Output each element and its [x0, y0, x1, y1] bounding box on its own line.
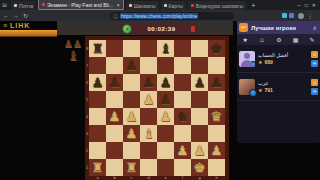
rating-star-icon: ★	[258, 87, 262, 93]
black-piece[interactable]: ♜	[92, 40, 104, 57]
board-square-h1[interactable]	[208, 159, 225, 176]
board-square-f7[interactable]	[174, 57, 191, 74]
black-piece[interactable]: ♝	[160, 40, 172, 57]
message-button[interactable]: ✉	[311, 88, 318, 95]
board-square-g8[interactable]	[191, 40, 208, 57]
player-rating: 791	[264, 87, 272, 93]
file-labels: abcdefgh	[89, 176, 225, 180]
board-square-g7[interactable]	[191, 57, 208, 74]
captured-pieces-tray: ♟♟♝	[60, 38, 86, 70]
file-label: f	[174, 176, 191, 180]
black-piece[interactable]: ♟	[126, 57, 138, 74]
panel-toolbar-icon[interactable]: ✎	[309, 36, 314, 43]
board-square-d2[interactable]	[140, 142, 157, 159]
url-text: https://www.chess.com/play/online	[120, 13, 198, 19]
board-square-a1[interactable]: ♜	[89, 159, 106, 176]
board-square-d3[interactable]: ♝	[140, 125, 157, 142]
board-square-d7[interactable]	[140, 57, 157, 74]
white-piece[interactable]: ♜	[92, 159, 104, 176]
white-piece[interactable]: ♜	[126, 159, 138, 176]
browser-window: ⊞ ПочтаЭкзамен - Play Fast and Bli…×Шахм…	[0, 0, 320, 180]
white-piece[interactable]: ♟	[126, 125, 138, 142]
board-square-e8[interactable]: ♝	[157, 40, 174, 57]
board-square-h2[interactable]: ♟	[208, 142, 225, 159]
player-list: ✓أفضل الحساب★689⚔✉✓عرب★791⚔✉	[237, 45, 320, 101]
white-piece[interactable]: ♟	[109, 108, 121, 125]
board-square-h6[interactable]: ♟	[208, 74, 225, 91]
panel-toolbar-icon[interactable]: ☺	[259, 37, 265, 43]
black-piece[interactable]: ♟	[109, 74, 121, 91]
rating-star-icon: ★	[258, 59, 262, 65]
logo-text: LIHK	[10, 22, 30, 29]
player-name: عرب	[258, 80, 309, 87]
board-square-d6[interactable]: ♟	[140, 74, 157, 91]
board-square-h7[interactable]	[208, 57, 225, 74]
board-square-g3[interactable]	[191, 125, 208, 142]
board-square-c5[interactable]	[123, 91, 140, 108]
menu-lines-icon[interactable]: ≡	[3, 22, 8, 29]
tab-favicon	[164, 4, 167, 7]
file-label: g	[191, 176, 208, 180]
online-badge: ✓	[249, 61, 255, 67]
file-label: e	[157, 176, 174, 180]
board-square-g4[interactable]	[191, 108, 208, 125]
board-square-h3[interactable]	[208, 125, 225, 142]
file-label: c	[123, 176, 140, 180]
board-square-c3[interactable]: ♟	[123, 125, 140, 142]
board-square-e3[interactable]	[157, 125, 174, 142]
black-piece[interactable]: ♚	[211, 40, 223, 57]
board-square-f1[interactable]	[174, 159, 191, 176]
challenge-button[interactable]: ⚔	[311, 79, 318, 86]
file-label: b	[106, 176, 123, 180]
white-piece[interactable]: ♚	[194, 159, 206, 176]
tabs-container: ПочтаЭкзамен - Play Fast and Bli…×Шахмат…	[11, 0, 246, 10]
white-piece[interactable]: ♝	[143, 125, 155, 142]
tab-label: Шахматы	[134, 3, 156, 9]
board-square-g2[interactable]: ♟	[191, 142, 208, 159]
timer-icon[interactable]: ◂	[122, 24, 132, 34]
window-control-icon[interactable]: □	[305, 0, 308, 10]
board-square-h5[interactable]	[208, 91, 225, 108]
board-square-c6[interactable]	[123, 74, 140, 91]
browser-tab[interactable]: Экзамен - Play Fast and Bli…×	[38, 0, 124, 10]
board-square-f8[interactable]	[174, 40, 191, 57]
tab-label: Экзамен - Play Fast and Bli…	[47, 2, 114, 8]
black-piece[interactable]: ♟	[211, 74, 223, 91]
white-piece[interactable]: ♟	[160, 108, 172, 125]
board-square-a4[interactable]	[89, 108, 106, 125]
board-square-b3[interactable]	[106, 125, 123, 142]
game-clock: ◂ 00:02:39	[120, 23, 198, 34]
white-piece[interactable]: ♟	[126, 108, 138, 125]
board-square-e5[interactable]: ♟	[157, 91, 174, 108]
board-square-d4[interactable]	[140, 108, 157, 125]
browser-menu-icon[interactable]: ⋮	[307, 12, 313, 19]
player-avatar[interactable]: ✓	[239, 51, 255, 67]
browser-tab[interactable]: Карты	[161, 1, 186, 10]
board-square-a6[interactable]: ♟	[89, 74, 106, 91]
board-square-b6[interactable]: ♟	[106, 74, 123, 91]
tab-label: Почта	[19, 3, 33, 9]
board-square-a7[interactable]	[89, 57, 106, 74]
black-piece[interactable]: ♟	[160, 91, 172, 108]
extensions-group	[282, 13, 294, 18]
chess-board[interactable]: 87654321 ♜♝♚♟♟♟♟♟♟♟♟♟♟♟♟♞♛♟♝♟♟♟♜♜♚ abcde…	[85, 36, 229, 180]
board-square-f2[interactable]: ♟	[174, 142, 191, 159]
board-square-f4[interactable]: ♞	[174, 108, 191, 125]
board-square-a8[interactable]: ♜	[89, 40, 106, 57]
white-piece[interactable]: ♟	[211, 142, 223, 159]
extension-icon[interactable]	[282, 13, 287, 18]
board-square-b1[interactable]	[106, 159, 123, 176]
panel-toolbar-icon[interactable]: ▦	[293, 36, 299, 43]
captured-piece: ♝	[60, 49, 86, 63]
white-piece[interactable]: ♟	[143, 91, 155, 108]
board-square-e4[interactable]: ♟	[157, 108, 174, 125]
tab-favicon	[191, 4, 194, 7]
black-piece[interactable]: ♟	[160, 74, 172, 91]
tab-favicon	[129, 4, 132, 7]
panel-toolbar: ★☺⚙▦✎	[237, 34, 320, 45]
board-square-a2[interactable]	[89, 142, 106, 159]
board-square-f5[interactable]	[174, 91, 191, 108]
board-square-f6[interactable]	[174, 74, 191, 91]
players-panel: ↩ Лучшие игроки ∧ ★☺⚙▦✎ ✓أفضل الحساب★689…	[237, 21, 320, 143]
extension-icon[interactable]	[289, 13, 294, 18]
collapse-icon[interactable]: ∧	[313, 24, 317, 31]
board-square-f3[interactable]	[174, 125, 191, 142]
black-piece[interactable]: ♟	[143, 74, 155, 91]
board-square-e7[interactable]	[157, 57, 174, 74]
tab-favicon	[14, 4, 17, 7]
board-square-e6[interactable]: ♟	[157, 74, 174, 91]
white-piece[interactable]: ♟	[177, 142, 189, 159]
board-square-b8[interactable]	[106, 40, 123, 57]
board-square-h8[interactable]: ♚	[208, 40, 225, 57]
board-square-g5[interactable]	[191, 91, 208, 108]
board-square-h4[interactable]: ♛	[208, 108, 225, 125]
browser-toolbar: ← → ↻ ⓘ https://www.chess.com/play/onlin…	[0, 10, 320, 21]
message-button[interactable]: ✉	[311, 60, 318, 67]
board-square-c2[interactable]	[123, 142, 140, 159]
board-square-a3[interactable]	[89, 125, 106, 142]
board-square-g6[interactable]: ♟	[191, 74, 208, 91]
panel-header: ↩ Лучшие игроки ∧	[237, 21, 320, 34]
black-piece[interactable]: ♟	[92, 74, 104, 91]
white-piece[interactable]: ♛	[211, 108, 223, 125]
player-row[interactable]: ✓أفضل الحساب★689⚔✉	[237, 45, 320, 73]
back-icon[interactable]: ←	[3, 13, 9, 19]
file-label: h	[208, 176, 225, 180]
window-control-icon[interactable]: ✕	[312, 0, 316, 10]
board-square-c8[interactable]	[123, 40, 140, 57]
file-label: a	[89, 176, 106, 180]
board-square-c7[interactable]: ♟	[123, 57, 140, 74]
board-square-d1[interactable]	[140, 159, 157, 176]
player-name: أفضل الحساب	[258, 52, 309, 59]
board-square-c4[interactable]: ♟	[123, 108, 140, 125]
profile-avatar[interactable]	[298, 13, 304, 19]
forward-icon[interactable]: →	[13, 13, 19, 19]
player-rating: 689	[264, 59, 272, 65]
black-piece[interactable]: ♞	[177, 108, 189, 125]
board-square-b4[interactable]: ♟	[106, 108, 123, 125]
board-square-b2[interactable]	[106, 142, 123, 159]
browser-tab[interactable]: Шахматы	[126, 1, 159, 10]
reload-icon[interactable]: ↻	[23, 12, 28, 19]
panel-title: Лучшие игроки	[251, 25, 313, 31]
player-avatar[interactable]: ✓	[239, 79, 255, 95]
board-square-b7[interactable]	[106, 57, 123, 74]
board-square-d8[interactable]	[140, 40, 157, 57]
board-square-g1[interactable]: ♚	[191, 159, 208, 176]
player-row[interactable]: ✓عرب★791⚔✉	[237, 73, 320, 101]
tab-strip: ⊞ ПочтаЭкзамен - Play Fast and Bli…×Шахм…	[0, 0, 320, 10]
white-piece[interactable]: ♟	[194, 142, 206, 159]
online-badge: ✓	[249, 89, 257, 97]
flag-button[interactable]	[191, 26, 195, 32]
new-tab-button[interactable]: +	[248, 1, 258, 10]
logo-underline	[0, 30, 57, 37]
tab-favicon	[42, 3, 45, 6]
window-control-icon[interactable]: ─	[297, 0, 301, 10]
panel-back-icon[interactable]: ↩	[239, 23, 248, 32]
tab-label: Видеоурок шахматы	[196, 3, 243, 9]
browser-tab[interactable]: Видеоурок шахматы	[188, 1, 246, 10]
board-square-e1[interactable]	[157, 159, 174, 176]
board-square-d5[interactable]: ♟	[140, 91, 157, 108]
panel-toolbar-icon[interactable]: ⚙	[276, 36, 281, 43]
board-grid[interactable]: ♜♝♚♟♟♟♟♟♟♟♟♟♟♟♟♞♛♟♝♟♟♟♜♜♚	[89, 40, 225, 176]
address-bar[interactable]: ⓘ https://www.chess.com/play/online	[110, 12, 234, 20]
window-controls: ─□✕	[297, 0, 318, 10]
site-logo[interactable]: ≡ LIHK	[3, 22, 30, 29]
board-square-a5[interactable]	[89, 91, 106, 108]
board-square-b5[interactable]	[106, 91, 123, 108]
board-square-c1[interactable]: ♜	[123, 159, 140, 176]
window-icon[interactable]: ⊞	[2, 1, 7, 10]
panel-toolbar-icon[interactable]: ★	[243, 36, 248, 43]
browser-tab[interactable]: Почта	[11, 1, 36, 10]
tab-label: Карты	[169, 3, 183, 9]
file-label: d	[140, 176, 157, 180]
challenge-button[interactable]: ⚔	[311, 51, 318, 58]
tab-close-icon[interactable]: ×	[117, 2, 120, 8]
page-content: ≡ LIHK ◂ 00:02:39 ♟♟♝ 87654321 ♜♝♚♟♟♟♟♟♟…	[0, 21, 320, 180]
clock-time: 00:02:39	[132, 26, 191, 32]
board-square-e2[interactable]	[157, 142, 174, 159]
black-piece[interactable]: ♟	[194, 74, 206, 91]
site-info-icon[interactable]: ⓘ	[113, 13, 118, 19]
